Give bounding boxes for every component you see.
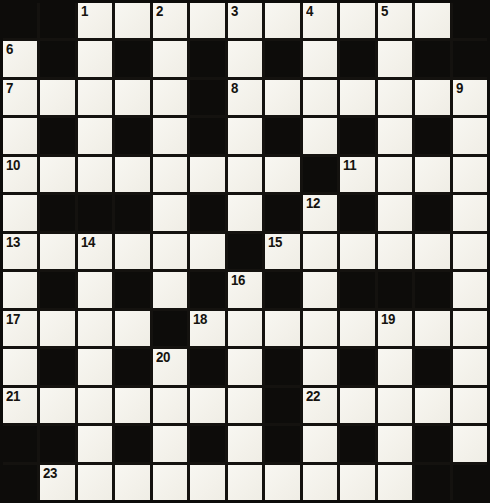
letter-cell-r5c11[interactable] (378, 157, 412, 192)
letter-cell-r8c5[interactable] (153, 272, 187, 307)
letter-cell-r7c13[interactable] (453, 234, 487, 269)
clue-number-12: 12 (306, 196, 320, 211)
crossword-grid: 1234567891011121314151617181920212223 (0, 0, 490, 503)
blocked-cell-r8c12 (415, 272, 449, 307)
blocked-cell-r6c10 (340, 195, 374, 230)
letter-cell-r11c2[interactable] (40, 388, 74, 423)
blocked-cell-r7c7 (228, 234, 262, 269)
letter-cell-r7c3[interactable]: 14 (78, 234, 112, 269)
blocked-cell-r12c10 (340, 426, 374, 461)
letter-cell-r8c1[interactable] (3, 272, 37, 307)
blocked-cell-r8c4 (115, 272, 149, 307)
clue-number-14: 14 (81, 235, 95, 250)
letter-cell-r9c2[interactable] (40, 311, 74, 346)
letter-cell-r2c9[interactable] (303, 41, 337, 76)
blocked-cell-r4c6 (190, 118, 224, 153)
letter-cell-r8c13[interactable] (453, 272, 487, 307)
letter-cell-r4c13[interactable] (453, 118, 487, 153)
letter-cell-r6c1[interactable] (3, 195, 37, 230)
letter-cell-r1c5[interactable]: 2 (153, 3, 187, 38)
blocked-cell-r12c8 (265, 426, 299, 461)
clue-number-19: 19 (381, 312, 395, 327)
blocked-cell-r12c2 (40, 426, 74, 461)
letter-cell-r10c11[interactable] (378, 349, 412, 384)
clue-number-16: 16 (231, 273, 245, 288)
blocked-cell-r8c6 (190, 272, 224, 307)
letter-cell-r11c11[interactable] (378, 388, 412, 423)
blocked-cell-r4c8 (265, 118, 299, 153)
letter-cell-r3c10[interactable] (340, 80, 374, 115)
blocked-cell-r4c12 (415, 118, 449, 153)
letter-cell-r9c12[interactable] (415, 311, 449, 346)
letter-cell-r3c8[interactable] (265, 80, 299, 115)
letter-cell-r6c11[interactable] (378, 195, 412, 230)
letter-cell-r5c1[interactable]: 10 (3, 157, 37, 192)
letter-cell-r6c7[interactable] (228, 195, 262, 230)
blocked-cell-r12c4 (115, 426, 149, 461)
letter-cell-r9c7[interactable] (228, 311, 262, 346)
blocked-cell-r6c12 (415, 195, 449, 230)
letter-cell-r1c6[interactable] (190, 3, 224, 38)
letter-cell-r3c1[interactable]: 7 (3, 80, 37, 115)
letter-cell-r2c1[interactable]: 6 (3, 41, 37, 76)
letter-cell-r2c7[interactable] (228, 41, 262, 76)
letter-cell-r13c2[interactable]: 23 (40, 465, 74, 500)
blocked-cell-r8c8 (265, 272, 299, 307)
letter-cell-r3c2[interactable] (40, 80, 74, 115)
letter-cell-r5c3[interactable] (78, 157, 112, 192)
letter-cell-r5c12[interactable] (415, 157, 449, 192)
letter-cell-r1c11[interactable]: 5 (378, 3, 412, 38)
letter-cell-r13c11[interactable] (378, 465, 412, 500)
clue-number-21: 21 (6, 389, 20, 404)
blocked-cell-r6c8 (265, 195, 299, 230)
blocked-cell-r1c1 (3, 3, 37, 38)
blocked-cell-r2c10 (340, 41, 374, 76)
clue-number-22: 22 (306, 389, 320, 404)
letter-cell-r11c5[interactable] (153, 388, 187, 423)
letter-cell-r3c13[interactable]: 9 (453, 80, 487, 115)
blocked-cell-r3c6 (190, 80, 224, 115)
letter-cell-r5c13[interactable] (453, 157, 487, 192)
letter-cell-r1c10[interactable] (340, 3, 374, 38)
letter-cell-r5c4[interactable] (115, 157, 149, 192)
letter-cell-r3c4[interactable] (115, 80, 149, 115)
blocked-cell-r10c8 (265, 349, 299, 384)
letter-cell-r5c2[interactable] (40, 157, 74, 192)
letter-cell-r2c5[interactable] (153, 41, 187, 76)
blocked-cell-r2c4 (115, 41, 149, 76)
blocked-cell-r6c2 (40, 195, 74, 230)
clue-number-23: 23 (43, 466, 57, 481)
letter-cell-r10c3[interactable] (78, 349, 112, 384)
blocked-cell-r2c8 (265, 41, 299, 76)
blocked-cell-r9c5 (153, 311, 187, 346)
clue-number-17: 17 (6, 312, 20, 327)
letter-cell-r11c9[interactable]: 22 (303, 388, 337, 423)
letter-cell-r7c8[interactable]: 15 (265, 234, 299, 269)
blocked-cell-r6c3 (78, 195, 112, 230)
blocked-cell-r8c11 (378, 272, 412, 307)
letter-cell-r10c13[interactable] (453, 349, 487, 384)
letter-cell-r4c1[interactable] (3, 118, 37, 153)
clue-number-5: 5 (381, 4, 388, 19)
letter-cell-r8c7[interactable]: 16 (228, 272, 262, 307)
letter-cell-r4c5[interactable] (153, 118, 187, 153)
letter-cell-r6c9[interactable]: 12 (303, 195, 337, 230)
letter-cell-r13c8[interactable] (265, 465, 299, 500)
letter-cell-r7c6[interactable] (190, 234, 224, 269)
letter-cell-r12c9[interactable] (303, 426, 337, 461)
letter-cell-r7c11[interactable] (378, 234, 412, 269)
blocked-cell-r2c13 (453, 41, 487, 76)
letter-cell-r11c6[interactable] (190, 388, 224, 423)
blocked-cell-r1c2 (40, 3, 74, 38)
clue-number-6: 6 (6, 42, 13, 57)
clue-number-13: 13 (6, 235, 20, 250)
letter-cell-r4c7[interactable] (228, 118, 262, 153)
letter-cell-r9c6[interactable]: 18 (190, 311, 224, 346)
blocked-cell-r12c12 (415, 426, 449, 461)
letter-cell-r2c3[interactable] (78, 41, 112, 76)
letter-cell-r9c1[interactable]: 17 (3, 311, 37, 346)
letter-cell-r9c8[interactable] (265, 311, 299, 346)
clue-number-15: 15 (268, 235, 282, 250)
letter-cell-r11c4[interactable] (115, 388, 149, 423)
letter-cell-r6c5[interactable] (153, 195, 187, 230)
letter-cell-r3c9[interactable] (303, 80, 337, 115)
letter-cell-r3c5[interactable] (153, 80, 187, 115)
blocked-cell-r10c4 (115, 349, 149, 384)
letter-cell-r1c4[interactable] (115, 3, 149, 38)
letter-cell-r10c7[interactable] (228, 349, 262, 384)
letter-cell-r8c3[interactable] (78, 272, 112, 307)
letter-cell-r5c5[interactable] (153, 157, 187, 192)
letter-cell-r9c3[interactable] (78, 311, 112, 346)
letter-cell-r4c9[interactable] (303, 118, 337, 153)
letter-cell-r11c1[interactable]: 21 (3, 388, 37, 423)
blocked-cell-r6c4 (115, 195, 149, 230)
clue-number-11: 11 (343, 158, 356, 173)
letter-cell-r10c5[interactable]: 20 (153, 349, 187, 384)
blocked-cell-r10c2 (40, 349, 74, 384)
blocked-cell-r13c13 (453, 465, 487, 500)
blocked-cell-r4c2 (40, 118, 74, 153)
blocked-cell-r8c2 (40, 272, 74, 307)
letter-cell-r4c3[interactable] (78, 118, 112, 153)
blocked-cell-r10c6 (190, 349, 224, 384)
letter-cell-r9c11[interactable]: 19 (378, 311, 412, 346)
letter-cell-r5c7[interactable] (228, 157, 262, 192)
letter-cell-r3c3[interactable] (78, 80, 112, 115)
blocked-cell-r8c10 (340, 272, 374, 307)
letter-cell-r5c8[interactable] (265, 157, 299, 192)
letter-cell-r1c8[interactable] (265, 3, 299, 38)
letter-cell-r9c10[interactable] (340, 311, 374, 346)
letter-cell-r2c11[interactable] (378, 41, 412, 76)
letter-cell-r6c13[interactable] (453, 195, 487, 230)
letter-cell-r13c4[interactable] (115, 465, 149, 500)
letter-cell-r13c10[interactable] (340, 465, 374, 500)
letter-cell-r13c7[interactable] (228, 465, 262, 500)
clue-number-9: 9 (456, 81, 463, 96)
clue-number-2: 2 (156, 4, 163, 19)
blocked-cell-r11c8 (265, 388, 299, 423)
blocked-cell-r1c13 (453, 3, 487, 38)
blocked-cell-r2c6 (190, 41, 224, 76)
letter-cell-r7c12[interactable] (415, 234, 449, 269)
letter-cell-r12c7[interactable] (228, 426, 262, 461)
clue-number-10: 10 (6, 158, 20, 173)
letter-cell-r7c1[interactable]: 13 (3, 234, 37, 269)
letter-cell-r9c4[interactable] (115, 311, 149, 346)
letter-cell-r13c3[interactable] (78, 465, 112, 500)
letter-cell-r9c9[interactable] (303, 311, 337, 346)
letter-cell-r5c10[interactable]: 11 (340, 157, 374, 192)
clue-number-7: 7 (6, 81, 13, 96)
blocked-cell-r10c12 (415, 349, 449, 384)
letter-cell-r11c10[interactable] (340, 388, 374, 423)
blocked-cell-r13c12 (415, 465, 449, 500)
blocked-cell-r10c10 (340, 349, 374, 384)
letter-cell-r5c6[interactable] (190, 157, 224, 192)
letter-cell-r11c12[interactable] (415, 388, 449, 423)
blocked-cell-r12c6 (190, 426, 224, 461)
blocked-cell-r6c6 (190, 195, 224, 230)
blocked-cell-r5c9 (303, 157, 337, 192)
letter-cell-r7c9[interactable] (303, 234, 337, 269)
letter-cell-r11c7[interactable] (228, 388, 262, 423)
letter-cell-r12c13[interactable] (453, 426, 487, 461)
letter-cell-r13c5[interactable] (153, 465, 187, 500)
letter-cell-r11c3[interactable] (78, 388, 112, 423)
letter-cell-r8c9[interactable] (303, 272, 337, 307)
letter-cell-r1c7[interactable]: 3 (228, 3, 262, 38)
clue-number-18: 18 (193, 312, 207, 327)
letter-cell-r13c9[interactable] (303, 465, 337, 500)
clue-number-8: 8 (231, 81, 238, 96)
letter-cell-r7c10[interactable] (340, 234, 374, 269)
letter-cell-r9c13[interactable] (453, 311, 487, 346)
letter-cell-r4c11[interactable] (378, 118, 412, 153)
letter-cell-r10c1[interactable] (3, 349, 37, 384)
blocked-cell-r2c2 (40, 41, 74, 76)
blocked-cell-r4c10 (340, 118, 374, 153)
clue-number-3: 3 (231, 4, 238, 19)
letter-cell-r13c6[interactable] (190, 465, 224, 500)
letter-cell-r12c5[interactable] (153, 426, 187, 461)
letter-cell-r12c11[interactable] (378, 426, 412, 461)
blocked-cell-r12c1 (3, 426, 37, 461)
letter-cell-r1c3[interactable]: 1 (78, 3, 112, 38)
letter-cell-r3c11[interactable] (378, 80, 412, 115)
blocked-cell-r4c4 (115, 118, 149, 153)
clue-number-20: 20 (156, 350, 170, 365)
letter-cell-r7c2[interactable] (40, 234, 74, 269)
letter-cell-r1c12[interactable] (415, 3, 449, 38)
letter-cell-r1c9[interactable]: 4 (303, 3, 337, 38)
letter-cell-r11c13[interactable] (453, 388, 487, 423)
clue-number-4: 4 (306, 4, 313, 19)
letter-cell-r7c5[interactable] (153, 234, 187, 269)
letter-cell-r3c12[interactable] (415, 80, 449, 115)
letter-cell-r10c9[interactable] (303, 349, 337, 384)
blocked-cell-r2c12 (415, 41, 449, 76)
clue-number-1: 1 (81, 4, 88, 19)
letter-cell-r7c4[interactable] (115, 234, 149, 269)
letter-cell-r3c7[interactable]: 8 (228, 80, 262, 115)
blocked-cell-r13c1 (3, 465, 37, 500)
letter-cell-r12c3[interactable] (78, 426, 112, 461)
